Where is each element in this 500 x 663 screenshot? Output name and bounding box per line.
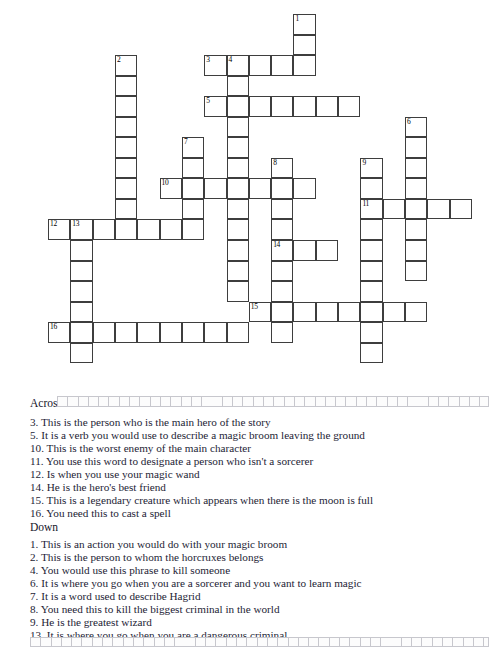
clue-item-down-1: 1. This is an action you would do with y… [30, 538, 361, 551]
crossword-cell[interactable] [405, 219, 427, 240]
crossword-cell[interactable] [115, 199, 137, 220]
clue-number: 10 [162, 178, 169, 187]
crossword-cell[interactable] [204, 322, 226, 343]
crossword-cell[interactable] [204, 178, 226, 199]
ruler-bar-top [57, 396, 489, 407]
crossword-cell[interactable] [227, 281, 249, 302]
crossword-cell[interactable] [293, 55, 315, 76]
clue-number: 3 [206, 55, 209, 64]
crossword-cell[interactable] [137, 322, 159, 343]
crossword-cell[interactable]: 4 [227, 55, 249, 76]
crossword-cell[interactable] [115, 137, 137, 158]
crossword-cell[interactable] [182, 158, 204, 179]
crossword-cell[interactable] [115, 76, 137, 97]
crossword-cell[interactable]: 14 [271, 240, 293, 261]
crossword-cell[interactable] [293, 240, 315, 261]
crossword-cell[interactable] [227, 96, 249, 117]
crossword-cell[interactable] [249, 96, 271, 117]
crossword-cell[interactable] [182, 219, 204, 240]
crossword-cell[interactable] [271, 219, 293, 240]
clue-number: 4 [229, 55, 232, 64]
crossword-cell[interactable]: 13 [70, 219, 92, 240]
crossword-cell[interactable] [227, 178, 249, 199]
crossword-cell[interactable] [271, 199, 293, 220]
crossword-cell[interactable] [70, 261, 92, 282]
crossword-cell[interactable] [227, 219, 249, 240]
crossword-cell[interactable]: 9 [360, 158, 382, 179]
clue-item-across-3: 3. This is the person who is the main he… [30, 416, 373, 429]
crossword-cell[interactable] [93, 322, 115, 343]
crossword-cell[interactable] [227, 137, 249, 158]
crossword-cell[interactable] [316, 240, 338, 261]
crossword-cell[interactable] [227, 322, 249, 343]
crossword-cell[interactable] [405, 178, 427, 199]
crossword-cell[interactable]: 7 [182, 137, 204, 158]
clue-number: 14 [273, 240, 280, 249]
crossword-cell[interactable] [360, 178, 382, 199]
clue-number: 2 [117, 55, 120, 64]
clue-item-across-16: 16. You need this to cast a spell [30, 507, 373, 520]
ruler-bar-bottom [30, 637, 489, 647]
crossword-cell[interactable] [93, 219, 115, 240]
clue-number: 1 [295, 14, 298, 23]
crossword-cell[interactable] [70, 302, 92, 323]
crossword-cell[interactable] [450, 199, 472, 220]
crossword-cell[interactable]: 3 [204, 55, 226, 76]
crossword-cell[interactable] [293, 178, 315, 199]
crossword-cell[interactable] [338, 96, 360, 117]
crossword-cell[interactable] [360, 322, 382, 343]
clue-number: 7 [184, 137, 187, 146]
crossword-cell[interactable] [271, 96, 293, 117]
clue-item-down-6: 6. It is where you go when you are a sor… [30, 577, 361, 590]
crossword-cell[interactable] [405, 199, 427, 220]
crossword-cell[interactable]: 1 [293, 14, 315, 35]
down-clues-list: 1. This is an action you would do with y… [30, 538, 361, 642]
clue-item-across-5: 5. It is a verb you would use to describ… [30, 429, 373, 442]
clue-item-across-11: 11. You use this word to designate a per… [30, 455, 373, 468]
crossword-cell[interactable]: 12 [48, 219, 70, 240]
crossword-cell[interactable] [182, 199, 204, 220]
crossword-cell[interactable] [160, 219, 182, 240]
crossword-cell[interactable]: 10 [160, 178, 182, 199]
clue-number: 12 [50, 219, 57, 228]
crossword-cell[interactable] [115, 158, 137, 179]
crossword-page: 12345678910111213141516 Across 3. This i… [0, 0, 500, 663]
crossword-cell[interactable] [227, 76, 249, 97]
crossword-cell[interactable] [182, 178, 204, 199]
clue-number: 15 [251, 302, 258, 311]
crossword-cell[interactable] [405, 240, 427, 261]
crossword-cell[interactable] [227, 199, 249, 220]
crossword-cell[interactable] [405, 158, 427, 179]
crossword-cell[interactable] [383, 199, 405, 220]
crossword-grid: 12345678910111213141516 [48, 14, 472, 363]
crossword-cell[interactable]: 15 [249, 302, 271, 323]
crossword-cell[interactable] [70, 343, 92, 364]
crossword-cell[interactable] [70, 281, 92, 302]
clue-number: 16 [50, 322, 57, 331]
clue-item-down-7: 7. It is a word used to describe Hagrid [30, 590, 361, 603]
clue-item-across-12: 12. Is when you use your magic wand [30, 468, 373, 481]
crossword-cell[interactable]: 16 [48, 322, 70, 343]
crossword-cell[interactable] [227, 261, 249, 282]
crossword-cell[interactable] [115, 219, 137, 240]
crossword-cell[interactable] [427, 199, 449, 220]
clue-number: 5 [206, 96, 209, 105]
crossword-cell[interactable] [249, 55, 271, 76]
crossword-cell[interactable]: 8 [271, 158, 293, 179]
crossword-cell[interactable]: 6 [405, 117, 427, 138]
crossword-cell[interactable] [360, 302, 382, 323]
crossword-cell[interactable] [115, 96, 137, 117]
clue-number: 13 [72, 219, 79, 228]
clue-item-across-14: 14. He is the hero's best friend [30, 481, 373, 494]
crossword-cell[interactable] [271, 322, 293, 343]
clue-item-across-15: 15. This is a legendary creature which a… [30, 494, 373, 507]
crossword-cell[interactable] [293, 35, 315, 56]
crossword-cell[interactable]: 11 [360, 199, 382, 220]
clue-item-down-2: 2. This is the person to whom the horcru… [30, 551, 361, 564]
crossword-cell[interactable] [227, 117, 249, 138]
crossword-cell[interactable] [227, 158, 249, 179]
clue-number: 8 [273, 158, 276, 167]
crossword-cell[interactable] [293, 302, 315, 323]
clue-number: 6 [407, 117, 410, 126]
crossword-cell[interactable] [271, 302, 293, 323]
crossword-cell[interactable]: 2 [115, 55, 137, 76]
across-clues-list: 3. This is the person who is the main he… [30, 416, 373, 520]
crossword-cell[interactable] [316, 302, 338, 323]
clue-item-down-4: 4. You would use this phrase to kill som… [30, 564, 361, 577]
crossword-cell[interactable] [249, 178, 271, 199]
crossword-cell[interactable]: 5 [204, 96, 226, 117]
crossword-cell[interactable] [271, 281, 293, 302]
crossword-cell[interactable] [70, 240, 92, 261]
crossword-cell[interactable] [271, 178, 293, 199]
crossword-cell[interactable] [316, 96, 338, 117]
clue-item-down-9: 9. He is the greatest wizard [30, 616, 361, 629]
crossword-cell[interactable] [360, 261, 382, 282]
crossword-cell[interactable] [293, 96, 315, 117]
crossword-cell[interactable] [227, 240, 249, 261]
crossword-cell[interactable] [360, 219, 382, 240]
crossword-cell[interactable] [338, 302, 360, 323]
clue-number: 9 [362, 158, 365, 167]
crossword-cell[interactable] [383, 302, 405, 323]
clue-number: 11 [362, 199, 369, 208]
crossword-cell[interactable] [360, 343, 382, 364]
crossword-cell[interactable] [271, 261, 293, 282]
crossword-cell[interactable] [360, 240, 382, 261]
crossword-cell[interactable] [182, 322, 204, 343]
crossword-cell[interactable] [160, 322, 182, 343]
crossword-cell[interactable] [70, 322, 92, 343]
crossword-cell[interactable] [405, 302, 427, 323]
down-header: Down [30, 521, 58, 534]
crossword-cell[interactable] [405, 137, 427, 158]
crossword-cell[interactable] [360, 281, 382, 302]
clue-item-down-8: 8. You need this to kill the biggest cri… [30, 603, 361, 616]
crossword-cell[interactable] [115, 117, 137, 138]
crossword-cell[interactable] [405, 261, 427, 282]
crossword-cell[interactable] [271, 55, 293, 76]
crossword-cell[interactable] [115, 322, 137, 343]
crossword-cell[interactable] [137, 219, 159, 240]
crossword-cell[interactable] [115, 178, 137, 199]
clue-item-across-10: 10. This is the worst enemy of the main … [30, 442, 373, 455]
